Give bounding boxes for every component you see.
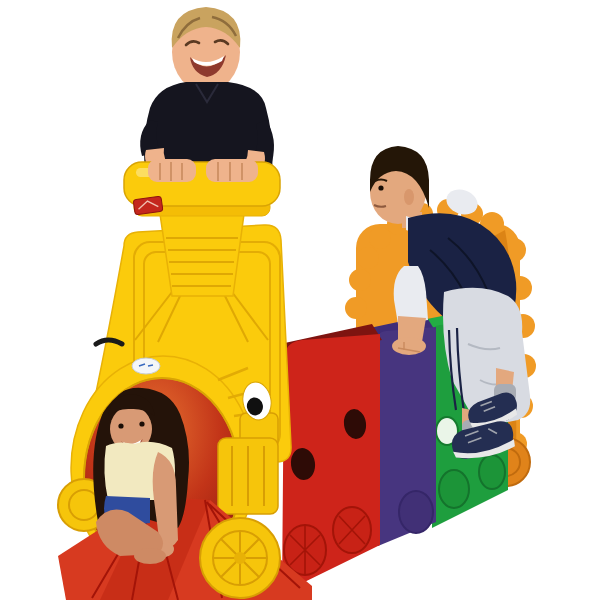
purple-molded-wheel	[399, 491, 433, 533]
oval-sticker	[132, 358, 160, 374]
girl-foot	[134, 548, 166, 564]
girl-inside-tunnel	[93, 388, 189, 564]
girl-eye	[118, 423, 123, 428]
front-wheel-right	[200, 518, 280, 598]
green-molded-wheel	[439, 470, 469, 508]
girl-eye	[139, 421, 144, 426]
boy2-ear	[404, 189, 414, 205]
boy2-eye	[378, 185, 383, 190]
green-molded-wheel	[479, 455, 505, 489]
boy2-hand-on-green	[392, 337, 426, 355]
toy-train-illustration	[0, 0, 600, 600]
brand-badge	[133, 196, 163, 215]
product-photo	[0, 0, 600, 600]
